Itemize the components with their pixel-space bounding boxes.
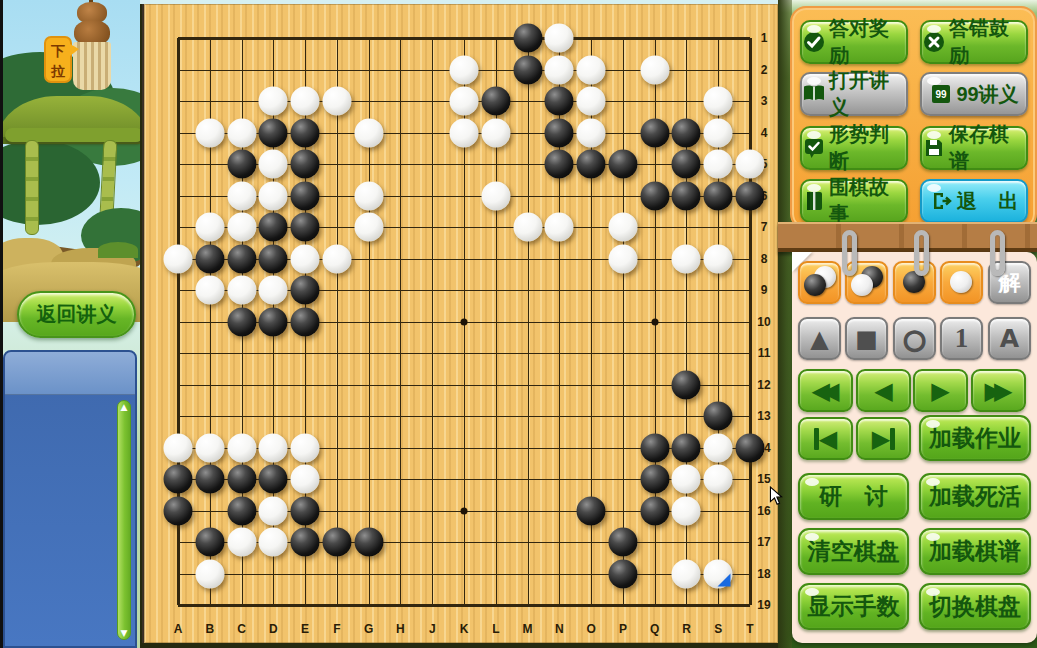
- white-stone-O2[interactable]: [577, 55, 606, 84]
- fast-forward-icon: ▶▶: [985, 377, 1013, 405]
- column-label: M: [523, 622, 533, 636]
- row-label: 12: [757, 378, 770, 392]
- tools-panel: 解 ▲ ■ ○ 1 A ◀◀ ◀: [792, 252, 1037, 643]
- white-stone-G6[interactable]: [354, 181, 383, 210]
- research-button[interactable]: 研 讨: [798, 473, 909, 520]
- white-stone-D16[interactable]: [259, 496, 288, 525]
- pavilion-roof-ridge: [5, 128, 140, 142]
- switch-board-button[interactable]: 切换棋盘: [919, 583, 1031, 630]
- black-stone-R5[interactable]: [672, 150, 701, 179]
- black-stone-Q4[interactable]: [640, 118, 669, 147]
- white-stone-C9[interactable]: [227, 276, 256, 305]
- row-label: 15: [757, 472, 770, 486]
- black-stone-P5[interactable]: [608, 150, 637, 179]
- lecture-list-header: [5, 352, 135, 395]
- load-kifu-button[interactable]: 加载棋谱: [919, 528, 1031, 575]
- scroll-up-icon[interactable]: ▲: [118, 402, 130, 412]
- black-stone-C15[interactable]: [227, 465, 256, 494]
- white-stone-S5[interactable]: [704, 150, 733, 179]
- white-stone-icon: [851, 274, 873, 296]
- button-label: 形势判断: [829, 121, 906, 175]
- app-window: 下拉 返回讲义 ▲ ▼ ABCDEFGHJKLMNOPQRST123456789…: [0, 0, 1037, 648]
- grid-line: [178, 604, 750, 607]
- save-kifu-button[interactable]: 保存棋谱: [920, 126, 1028, 170]
- button-label: 答对奖励: [829, 15, 906, 69]
- white-stone-D17[interactable]: [259, 528, 288, 557]
- to-end-icon: ▶: [872, 425, 890, 453]
- nav-back-button[interactable]: ◀: [856, 369, 911, 412]
- badge-check-icon: [802, 136, 826, 160]
- last-move-marker: [718, 573, 731, 586]
- white-stone-G7[interactable]: [354, 213, 383, 242]
- nav-first-move-button[interactable]: ◀: [798, 417, 853, 460]
- grid-line: [178, 416, 750, 417]
- circle-icon: ○: [895, 319, 934, 358]
- white-stone-C4[interactable]: [227, 118, 256, 147]
- black-stone-Q6[interactable]: [640, 181, 669, 210]
- row-label: 4: [761, 126, 768, 140]
- white-stone-icon: [950, 271, 972, 293]
- grid-line: [528, 38, 529, 605]
- black-stone-E9[interactable]: [291, 276, 320, 305]
- white-stone-S3[interactable]: [704, 87, 733, 116]
- binder-ring: [914, 230, 929, 276]
- back-icon: ◀: [874, 377, 892, 405]
- white-stone-M7[interactable]: [513, 213, 542, 242]
- black-stone-E16[interactable]: [291, 496, 320, 525]
- white-stone-B14[interactable]: [195, 433, 224, 462]
- white-stone-C7[interactable]: [227, 213, 256, 242]
- menu-panel: 答对奖励 答错鼓励 打开讲义 99 99讲义 形势判断 保存棋谱: [790, 6, 1037, 230]
- row-label: 9: [761, 283, 768, 297]
- tool-place-white[interactable]: [940, 261, 983, 304]
- go-story-button[interactable]: 围棋故事: [800, 179, 908, 223]
- black-stone-R12[interactable]: [672, 370, 701, 399]
- row-label: 2: [761, 63, 768, 77]
- row-label: 8: [761, 252, 768, 266]
- white-stone-C14[interactable]: [227, 433, 256, 462]
- x-circle-icon: [922, 30, 946, 54]
- fast-rewind-icon: ◀◀: [812, 377, 840, 405]
- column-label: C: [237, 622, 246, 636]
- load-homework-button[interactable]: 加载作业: [919, 415, 1031, 461]
- board-zone: ABCDEFGHJKLMNOPQRST123456789101112131415…: [140, 0, 781, 648]
- black-stone-N3[interactable]: [545, 87, 574, 116]
- sidebar-scene: 下拉 返回讲义 ▲ ▼: [0, 0, 140, 648]
- black-stone-O5[interactable]: [577, 150, 606, 179]
- row-label: 19: [757, 598, 770, 612]
- row-label: 7: [761, 220, 768, 234]
- column-label: J: [429, 622, 436, 636]
- load-life-death-button[interactable]: 加载死活: [919, 473, 1031, 520]
- letter-icon: A: [990, 319, 1029, 358]
- white-stone-G4[interactable]: [354, 118, 383, 147]
- column-label: G: [364, 622, 373, 636]
- black-stone-B17[interactable]: [195, 528, 224, 557]
- column-label: Q: [650, 622, 659, 636]
- row-label: 18: [757, 567, 770, 581]
- white-stone-R8[interactable]: [672, 244, 701, 273]
- column-label: A: [174, 622, 183, 636]
- black-stone-S6[interactable]: [704, 181, 733, 210]
- white-stone-N2[interactable]: [545, 55, 574, 84]
- white-stone-P7[interactable]: [608, 213, 637, 242]
- white-stone-K4[interactable]: [450, 118, 479, 147]
- nav-fast-rewind-button[interactable]: ◀◀: [798, 369, 853, 412]
- column-label: S: [714, 622, 722, 636]
- position-judge-button[interactable]: 形势判断: [800, 126, 908, 170]
- square-icon: ■: [847, 319, 886, 358]
- white-stone-R18[interactable]: [672, 559, 701, 588]
- wrong-encourage-button[interactable]: 答错鼓励: [920, 20, 1028, 64]
- button-label: 退 出: [957, 188, 1019, 215]
- bar-icon: [890, 428, 895, 450]
- column-label: N: [555, 622, 564, 636]
- tool-circle-marker[interactable]: ○: [893, 317, 936, 360]
- white-stone-E3[interactable]: [291, 87, 320, 116]
- black-stone-O16[interactable]: [577, 496, 606, 525]
- mouse-cursor: [768, 486, 784, 506]
- row-label: 13: [757, 409, 770, 423]
- row-label: 11: [758, 346, 771, 360]
- white-stone-R16[interactable]: [672, 496, 701, 525]
- white-stone-F8[interactable]: [322, 244, 351, 273]
- scrollbar[interactable]: ▲ ▼: [117, 400, 131, 640]
- forward-icon: ▶: [931, 377, 949, 405]
- tool-square-marker[interactable]: ■: [845, 317, 888, 360]
- white-stone-C17[interactable]: [227, 528, 256, 557]
- black-stone-M1[interactable]: [513, 24, 542, 53]
- white-stone-T5[interactable]: [736, 150, 765, 179]
- black-stone-Q16[interactable]: [640, 496, 669, 525]
- black-stone-F17[interactable]: [322, 528, 351, 557]
- black-stone-P18[interactable]: [608, 559, 637, 588]
- black-stone-D8[interactable]: [259, 244, 288, 273]
- return-to-lecture-button[interactable]: 返回讲义: [17, 291, 136, 338]
- white-stone-S18[interactable]: [704, 559, 733, 588]
- black-stone-M2[interactable]: [513, 55, 542, 84]
- white-stone-S8[interactable]: [704, 244, 733, 273]
- row-label: 3: [761, 94, 768, 108]
- to-start-icon: ◀: [819, 425, 837, 453]
- black-stone-P17[interactable]: [608, 528, 637, 557]
- grass: [98, 242, 138, 258]
- black-stone-T14[interactable]: [736, 433, 765, 462]
- black-stone-C10[interactable]: [227, 307, 256, 336]
- white-stone-L6[interactable]: [481, 181, 510, 210]
- column-label: B: [205, 622, 214, 636]
- grid-line: [178, 385, 750, 386]
- white-stone-N7[interactable]: [545, 213, 574, 242]
- grid-line: [623, 38, 624, 605]
- white-stone-S15[interactable]: [704, 465, 733, 494]
- white-stone-D6[interactable]: [259, 181, 288, 210]
- tool-alternate-black-first[interactable]: [798, 261, 841, 304]
- tool-triangle-marker[interactable]: ▲: [798, 317, 841, 360]
- black-stone-Q15[interactable]: [640, 465, 669, 494]
- white-stone-A8[interactable]: [164, 244, 193, 273]
- button-label: 答错鼓励: [949, 15, 1026, 69]
- button-label: 围棋故事: [829, 174, 906, 228]
- black-stone-B15[interactable]: [195, 465, 224, 494]
- number-icon: 1: [942, 319, 981, 358]
- white-stone-C6[interactable]: [227, 181, 256, 210]
- black-stone-C8[interactable]: [227, 244, 256, 273]
- column-label: D: [269, 622, 278, 636]
- white-stone-B4[interactable]: [195, 118, 224, 147]
- white-stone-D9[interactable]: [259, 276, 288, 305]
- open-book-icon: [802, 82, 826, 106]
- go-board[interactable]: ABCDEFGHJKLMNOPQRST123456789101112131415…: [142, 4, 778, 643]
- white-stone-K3[interactable]: [450, 87, 479, 116]
- pavilion-pillar: [25, 140, 39, 235]
- column-label: E: [301, 622, 309, 636]
- black-stone-E10[interactable]: [291, 307, 320, 336]
- nav-last-move-button[interactable]: ▶: [856, 417, 911, 460]
- column-label: O: [586, 622, 595, 636]
- tool-number-marker[interactable]: 1: [940, 317, 983, 360]
- white-stone-S4[interactable]: [704, 118, 733, 147]
- column-label: R: [682, 622, 691, 636]
- white-stone-E14[interactable]: [291, 433, 320, 462]
- svg-text:99: 99: [936, 89, 948, 100]
- grid-line: [749, 38, 752, 605]
- white-stone-D14[interactable]: [259, 433, 288, 462]
- scroll-down-icon[interactable]: ▼: [118, 628, 130, 638]
- tool-letter-marker[interactable]: A: [988, 317, 1031, 360]
- column-label: F: [333, 622, 340, 636]
- white-stone-N1[interactable]: [545, 24, 574, 53]
- column-label: L: [492, 622, 499, 636]
- exit-door-icon: [930, 189, 954, 213]
- star-point: [651, 318, 658, 325]
- white-stone-D3[interactable]: [259, 87, 288, 116]
- column-label: H: [396, 622, 405, 636]
- black-stone-R14[interactable]: [672, 433, 701, 462]
- black-stone-R4[interactable]: [672, 118, 701, 147]
- black-stone-D4[interactable]: [259, 118, 288, 147]
- black-stone-N4[interactable]: [545, 118, 574, 147]
- right-panel-zone: 答对奖励 答错鼓励 打开讲义 99 99讲义 形势判断 保存棋谱: [778, 0, 1037, 648]
- column-label: K: [460, 622, 469, 636]
- white-stone-B7[interactable]: [195, 213, 224, 242]
- row-label: 17: [757, 535, 770, 549]
- black-stone-D15[interactable]: [259, 465, 288, 494]
- nav-fast-forward-button[interactable]: ▶▶: [971, 369, 1026, 412]
- black-stone-N5[interactable]: [545, 150, 574, 179]
- clear-board-button[interactable]: 清空棋盘: [798, 528, 909, 575]
- book-icon: [802, 189, 826, 213]
- correct-reward-button[interactable]: 答对奖励: [800, 20, 908, 64]
- black-stone-E5[interactable]: [291, 150, 320, 179]
- column-label: T: [746, 622, 753, 636]
- white-stone-E15[interactable]: [291, 465, 320, 494]
- white-stone-K2[interactable]: [450, 55, 479, 84]
- black-stone-R6[interactable]: [672, 181, 701, 210]
- show-move-numbers-button[interactable]: 显示手数: [798, 583, 909, 630]
- button-label: 打开讲义: [829, 67, 906, 121]
- black-stone-C5[interactable]: [227, 150, 256, 179]
- white-stone-B9[interactable]: [195, 276, 224, 305]
- white-stone-O4[interactable]: [577, 118, 606, 147]
- white-stone-Q2[interactable]: [640, 55, 669, 84]
- black-stone-G17[interactable]: [354, 528, 383, 557]
- white-stone-S14[interactable]: [704, 433, 733, 462]
- lecture-99-button[interactable]: 99 99讲义: [920, 72, 1028, 116]
- pull-down-tab[interactable]: 下拉: [44, 36, 72, 83]
- binder-ring: [842, 230, 857, 276]
- exit-button[interactable]: 退 出: [920, 179, 1028, 223]
- row-label: 10: [757, 315, 770, 329]
- black-stone-E4[interactable]: [291, 118, 320, 147]
- triangle-icon: ▲: [800, 319, 839, 358]
- black-stone-E7[interactable]: [291, 213, 320, 242]
- black-stone-T6[interactable]: [736, 181, 765, 210]
- open-lecture-button[interactable]: 打开讲义: [800, 72, 908, 116]
- row-label: 1: [761, 31, 768, 45]
- black-stone-B8[interactable]: [195, 244, 224, 273]
- grid-line: [178, 574, 750, 575]
- white-stone-A14[interactable]: [164, 433, 193, 462]
- black-stone-E6[interactable]: [291, 181, 320, 210]
- black-stone-A16[interactable]: [164, 496, 193, 525]
- white-stone-F3[interactable]: [322, 87, 351, 116]
- button-label: 保存棋谱: [949, 121, 1026, 175]
- nav-forward-button[interactable]: ▶: [913, 369, 968, 412]
- white-stone-R15[interactable]: [672, 465, 701, 494]
- black-stone-D10[interactable]: [259, 307, 288, 336]
- white-stone-B18[interactable]: [195, 559, 224, 588]
- black-stone-E17[interactable]: [291, 528, 320, 557]
- star-point: [461, 318, 468, 325]
- floppy-disk-icon: [922, 136, 946, 160]
- column-label: P: [619, 622, 627, 636]
- black-stone-Q14[interactable]: [640, 433, 669, 462]
- black-stone-D7[interactable]: [259, 213, 288, 242]
- black-stone-A15[interactable]: [164, 465, 193, 494]
- white-stone-L4[interactable]: [481, 118, 510, 147]
- black-stone-C16[interactable]: [227, 496, 256, 525]
- white-stone-P8[interactable]: [608, 244, 637, 273]
- white-stone-E8[interactable]: [291, 244, 320, 273]
- lecture-list-panel: ▲ ▼: [3, 350, 137, 648]
- white-stone-O3[interactable]: [577, 87, 606, 116]
- star-point: [461, 507, 468, 514]
- black-stone-icon: [804, 274, 826, 296]
- button-label: 99讲义: [956, 81, 1018, 108]
- black-stone-L3[interactable]: [481, 87, 510, 116]
- check-circle-icon: [802, 30, 826, 54]
- book-99-icon: 99: [929, 82, 953, 106]
- binder-ring: [990, 230, 1005, 276]
- white-stone-D5[interactable]: [259, 150, 288, 179]
- grid-line: [178, 353, 750, 354]
- black-stone-S13[interactable]: [704, 402, 733, 431]
